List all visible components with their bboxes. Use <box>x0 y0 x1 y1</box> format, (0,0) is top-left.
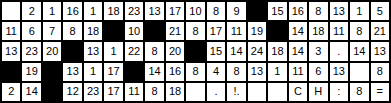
cell-r2c12[interactable]: 11 <box>227 22 245 40</box>
cell-r3c2[interactable]: 23 <box>22 42 40 60</box>
cell-r1c13-black <box>248 2 266 20</box>
cell-r4c11[interactable]: 4 <box>207 63 225 81</box>
cell-r5c10[interactable] <box>186 83 204 101</box>
cell-r4c3-black <box>43 63 61 81</box>
cell-r3c9[interactable]: 20 <box>166 42 184 60</box>
cell-r1c12[interactable]: 9 <box>227 2 245 20</box>
cell-r5c13[interactable] <box>248 83 266 101</box>
cell-r1c4[interactable]: 16 <box>63 2 81 20</box>
cell-r2c1[interactable]: 11 <box>2 22 20 40</box>
cell-r1c11[interactable]: 8 <box>207 2 225 20</box>
cell-r3c8[interactable]: 8 <box>145 42 163 60</box>
cell-r4c7-black <box>125 63 143 81</box>
cell-r4c2[interactable]: 19 <box>22 63 40 81</box>
cell-r2c6-black <box>104 22 122 40</box>
cell-r3c14[interactable]: 18 <box>268 42 286 60</box>
cell-r2c7[interactable]: 10 <box>125 22 143 40</box>
cell-r3c11[interactable]: 15 <box>207 42 225 60</box>
cell-r3c3[interactable]: 20 <box>43 42 61 60</box>
cell-r5c17[interactable]: : <box>330 83 348 101</box>
cell-r4c1-black <box>2 63 20 81</box>
cell-r1c17[interactable]: 13 <box>330 2 348 20</box>
cell-r5c7[interactable]: 11 <box>125 83 143 101</box>
cell-r2c9[interactable]: 21 <box>166 22 184 40</box>
cell-r4c17[interactable]: 13 <box>330 63 348 81</box>
cell-r2c16[interactable]: 18 <box>309 22 327 40</box>
cell-r4c6[interactable]: 17 <box>104 63 122 81</box>
cell-r1c1[interactable] <box>2 2 20 20</box>
cell-r1c19[interactable]: 5 <box>371 2 389 20</box>
cell-r2c8-black <box>145 22 163 40</box>
cell-r1c16[interactable]: 8 <box>309 2 327 20</box>
cell-r5c14[interactable] <box>268 83 286 101</box>
cell-r1c3[interactable]: 1 <box>43 2 61 20</box>
cell-r3c4-black <box>63 42 81 60</box>
cell-r2c4[interactable]: 8 <box>63 22 81 40</box>
cell-r2c17[interactable]: 11 <box>330 22 348 40</box>
cell-r3c18[interactable]: 14 <box>350 42 368 60</box>
cell-r2c2[interactable]: 6 <box>22 22 40 40</box>
cell-r3c15[interactable]: 14 <box>289 42 307 60</box>
cell-r1c6[interactable]: 18 <box>104 2 122 20</box>
cell-r3c12[interactable]: 14 <box>227 42 245 60</box>
cell-r2c13[interactable]: 19 <box>248 22 266 40</box>
cell-r4c9[interactable]: 16 <box>166 63 184 81</box>
cell-r4c15[interactable]: 11 <box>289 63 307 81</box>
cell-r5c3-black <box>43 83 61 101</box>
cryptogram-board: 2116118231317108915168131511678181021817… <box>0 0 391 103</box>
cell-r5c8[interactable]: 8 <box>145 83 163 101</box>
cell-r5c9[interactable]: 18 <box>166 83 184 101</box>
cell-r1c2[interactable]: 2 <box>22 2 40 20</box>
cell-r3c19[interactable]: 13 <box>371 42 389 60</box>
cell-r5c18[interactable]: 8 <box>350 83 368 101</box>
cell-r2c19[interactable]: 21 <box>371 22 389 40</box>
cell-r5c15[interactable]: C <box>289 83 307 101</box>
cell-r3c17[interactable]: . <box>330 42 348 60</box>
cell-r4c8[interactable]: 14 <box>145 63 163 81</box>
cell-r4c10[interactable]: 8 <box>186 63 204 81</box>
cell-r3c6[interactable]: 1 <box>104 42 122 60</box>
cell-r1c14[interactable]: 15 <box>268 2 286 20</box>
cell-r1c10[interactable]: 10 <box>186 2 204 20</box>
cell-r3c1[interactable]: 13 <box>2 42 20 60</box>
cell-r3c10-black <box>186 42 204 60</box>
cell-r3c16[interactable]: 3 <box>309 42 327 60</box>
cell-r1c18[interactable]: 1 <box>350 2 368 20</box>
cell-r4c14[interactable]: 1 <box>268 63 286 81</box>
cell-r3c5[interactable]: 13 <box>84 42 102 60</box>
cell-r5c11[interactable]: . <box>207 83 225 101</box>
cell-r1c8[interactable]: 13 <box>145 2 163 20</box>
cell-r1c9[interactable]: 17 <box>166 2 184 20</box>
cell-r2c14-black <box>268 22 286 40</box>
cell-r3c13[interactable]: 24 <box>248 42 266 60</box>
cell-r1c7[interactable]: 23 <box>125 2 143 20</box>
cell-r2c10[interactable]: 8 <box>186 22 204 40</box>
cell-r1c5[interactable]: 1 <box>84 2 102 20</box>
cell-r2c15[interactable]: 14 <box>289 22 307 40</box>
cell-r4c19[interactable]: 8 <box>371 63 389 81</box>
cell-r1c15[interactable]: 16 <box>289 2 307 20</box>
cell-r2c11[interactable]: 17 <box>207 22 225 40</box>
cell-r5c1[interactable]: 2 <box>2 83 20 101</box>
cell-r2c18[interactable]: 8 <box>350 22 368 40</box>
cell-r3c7[interactable]: 22 <box>125 42 143 60</box>
cell-r2c5[interactable]: 18 <box>84 22 102 40</box>
cell-r5c16[interactable]: H <box>309 83 327 101</box>
cell-r5c2[interactable]: 14 <box>22 83 40 101</box>
cell-r4c12[interactable]: 8 <box>227 63 245 81</box>
cell-r5c5[interactable]: 23 <box>84 83 102 101</box>
cell-r5c6[interactable]: 17 <box>104 83 122 101</box>
cell-r4c18[interactable] <box>350 63 368 81</box>
cell-r4c16[interactable]: 6 <box>309 63 327 81</box>
cell-r4c13[interactable]: 13 <box>248 63 266 81</box>
cell-r4c5[interactable]: 1 <box>84 63 102 81</box>
cell-r2c3[interactable]: 7 <box>43 22 61 40</box>
cell-r5c4[interactable]: 12 <box>63 83 81 101</box>
cell-r4c4[interactable]: 13 <box>63 63 81 81</box>
cell-r5c12[interactable]: !. <box>227 83 245 101</box>
cell-r5c19[interactable]: = <box>371 83 389 101</box>
